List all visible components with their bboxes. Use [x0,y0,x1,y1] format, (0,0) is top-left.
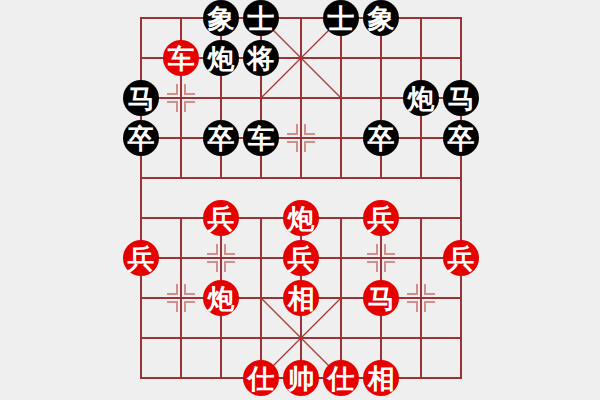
piece-red-general[interactable]: 帅 [283,360,319,396]
piece-red-elephant[interactable]: 相 [363,360,399,396]
piece-red-chariot[interactable]: 车 [163,40,199,76]
piece-black-horse[interactable]: 马 [443,80,479,116]
piece-black-general[interactable]: 将 [243,40,279,76]
pieces-layer: 象士士象车炮将马炮马卒卒车卒卒兵炮兵兵兵兵炮相马仕帅仕相 [121,0,481,398]
piece-black-horse[interactable]: 马 [123,80,159,116]
piece-black-soldier[interactable]: 卒 [363,120,399,156]
piece-black-elephant[interactable]: 象 [203,0,239,36]
piece-red-advisor[interactable]: 仕 [243,360,279,396]
piece-black-cannon[interactable]: 炮 [203,40,239,76]
piece-red-soldier[interactable]: 兵 [283,240,319,276]
piece-red-cannon[interactable]: 炮 [283,200,319,236]
piece-black-advisor[interactable]: 士 [243,0,279,36]
piece-red-soldier[interactable]: 兵 [363,200,399,236]
piece-black-cannon[interactable]: 炮 [403,80,439,116]
piece-red-horse[interactable]: 马 [363,280,399,316]
xiangqi-app-canvas: 象士士象车炮将马炮马卒卒车卒卒兵炮兵兵兵兵炮相马仕帅仕相 [0,0,600,400]
piece-black-chariot[interactable]: 车 [243,120,279,156]
piece-red-soldier[interactable]: 兵 [203,200,239,236]
piece-red-soldier[interactable]: 兵 [443,240,479,276]
piece-black-elephant[interactable]: 象 [363,0,399,36]
piece-red-soldier[interactable]: 兵 [123,240,159,276]
piece-black-soldier[interactable]: 卒 [203,120,239,156]
piece-black-soldier[interactable]: 卒 [443,120,479,156]
piece-black-advisor[interactable]: 士 [323,0,359,36]
piece-black-soldier[interactable]: 卒 [123,120,159,156]
piece-red-advisor[interactable]: 仕 [323,360,359,396]
piece-red-elephant[interactable]: 相 [283,280,319,316]
piece-red-cannon[interactable]: 炮 [203,280,239,316]
